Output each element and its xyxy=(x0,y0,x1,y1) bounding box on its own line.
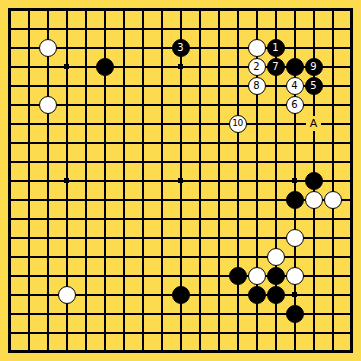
black-stone[interactable] xyxy=(267,267,285,285)
black-stone[interactable] xyxy=(96,58,114,76)
move-number: 10 xyxy=(232,119,242,128)
move-number: 4 xyxy=(291,81,297,91)
white-stone-move-8[interactable]: 8 xyxy=(248,77,266,95)
move-number: 8 xyxy=(253,81,259,91)
white-stone[interactable] xyxy=(39,39,57,57)
star-point xyxy=(178,64,183,69)
black-stone[interactable] xyxy=(267,286,285,304)
black-stone[interactable] xyxy=(286,191,304,209)
white-stone[interactable] xyxy=(58,286,76,304)
move-number: 1 xyxy=(272,43,278,53)
black-stone[interactable] xyxy=(286,58,304,76)
white-stone[interactable] xyxy=(39,96,57,114)
star-point xyxy=(292,292,297,297)
white-stone-move-6[interactable]: 6 xyxy=(286,96,304,114)
white-stone[interactable] xyxy=(248,267,266,285)
star-point xyxy=(64,64,69,69)
white-stone-move-2[interactable]: 2 xyxy=(248,58,266,76)
black-stone[interactable] xyxy=(305,172,323,190)
white-stone[interactable] xyxy=(324,191,342,209)
move-number: 7 xyxy=(272,62,278,72)
move-number: 5 xyxy=(310,81,316,91)
black-stone-move-1[interactable]: 1 xyxy=(267,39,285,57)
white-stone[interactable] xyxy=(305,191,323,209)
white-stone[interactable] xyxy=(267,248,285,266)
star-point xyxy=(64,178,69,183)
black-stone-move-7[interactable]: 7 xyxy=(267,58,285,76)
black-stone-move-3[interactable]: 3 xyxy=(172,39,190,57)
white-stone-move-10[interactable]: 10 xyxy=(229,115,247,133)
white-stone[interactable] xyxy=(248,39,266,57)
black-stone-move-5[interactable]: 5 xyxy=(305,77,323,95)
black-stone[interactable] xyxy=(229,267,247,285)
black-stone[interactable] xyxy=(172,286,190,304)
star-point xyxy=(292,178,297,183)
white-stone-move-4[interactable]: 4 xyxy=(286,77,304,95)
white-stone[interactable] xyxy=(286,229,304,247)
black-stone[interactable] xyxy=(286,305,304,323)
star-point xyxy=(178,178,183,183)
move-number: 2 xyxy=(253,62,259,72)
black-stone[interactable] xyxy=(248,286,266,304)
go-board[interactable]: 31279845610A xyxy=(0,0,361,361)
point-label-a[interactable]: A xyxy=(306,116,321,131)
move-number: 9 xyxy=(310,62,316,72)
move-number: 6 xyxy=(291,100,297,110)
move-number: 3 xyxy=(177,43,183,53)
white-stone[interactable] xyxy=(286,267,304,285)
black-stone-move-9[interactable]: 9 xyxy=(305,58,323,76)
